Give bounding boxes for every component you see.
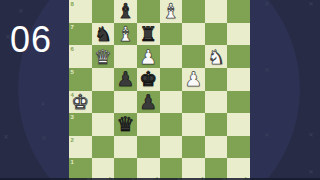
- square-a6[interactable]: 6: [69, 45, 92, 68]
- square-a1[interactable]: 1a: [69, 158, 92, 180]
- black-pawn-piece[interactable]: ♟: [137, 91, 160, 114]
- square-d8[interactable]: [137, 0, 160, 23]
- square-d3[interactable]: [137, 113, 160, 136]
- square-b6[interactable]: ♛: [92, 45, 115, 68]
- white-pawn-piece[interactable]: ♟: [182, 68, 205, 91]
- square-e3[interactable]: [160, 113, 183, 136]
- chess-board: 8♝♝7♞♝♜6♛♟♞5♟♚♟4♚♟3♛21abcdefgh: [69, 0, 250, 180]
- square-g3[interactable]: [205, 113, 228, 136]
- square-d1[interactable]: d: [137, 158, 160, 180]
- square-e7[interactable]: [160, 23, 183, 46]
- puzzle-screen: ××××××××××× 06 8♝♝7♞♝♜6♛♟♞5♟♚♟4♚♟3♛21abc…: [0, 0, 320, 180]
- sparkle-icon: ×: [264, 67, 270, 74]
- sparkle-icon: ×: [40, 101, 46, 108]
- white-pawn-piece[interactable]: ♟: [137, 45, 160, 68]
- square-a7[interactable]: 7: [69, 23, 92, 46]
- rank-label-2: 2: [71, 137, 74, 143]
- square-f8[interactable]: [182, 0, 205, 23]
- black-queen-piece[interactable]: ♛: [114, 113, 137, 136]
- rank-label-3: 3: [71, 114, 74, 120]
- sparkle-icon: ×: [18, 8, 24, 15]
- black-bishop-piece[interactable]: ♝: [114, 0, 137, 23]
- square-c7[interactable]: ♝: [114, 23, 137, 46]
- square-e6[interactable]: [160, 45, 183, 68]
- square-f2[interactable]: [182, 136, 205, 159]
- square-g2[interactable]: [205, 136, 228, 159]
- white-king-piece[interactable]: ♚: [69, 91, 92, 114]
- square-a2[interactable]: 2: [69, 136, 92, 159]
- square-f3[interactable]: [182, 113, 205, 136]
- square-a8[interactable]: 8: [69, 0, 92, 23]
- square-e5[interactable]: [160, 68, 183, 91]
- rank-label-1: 1: [71, 159, 74, 165]
- square-g6[interactable]: ♞: [205, 45, 228, 68]
- black-pawn-piece[interactable]: ♟: [114, 68, 137, 91]
- sparkle-icon: ×: [308, 1, 314, 8]
- white-bishop-piece[interactable]: ♝: [160, 0, 183, 23]
- puzzle-number-label: 06: [10, 21, 52, 59]
- square-b4[interactable]: [92, 91, 115, 114]
- white-bishop-piece[interactable]: ♝: [114, 23, 137, 46]
- square-a3[interactable]: 3: [69, 113, 92, 136]
- square-g4[interactable]: [205, 91, 228, 114]
- square-d7[interactable]: ♜: [137, 23, 160, 46]
- square-c3[interactable]: ♛: [114, 113, 137, 136]
- white-queen-piece[interactable]: ♛: [92, 45, 115, 68]
- square-b8[interactable]: [92, 0, 115, 23]
- square-f5[interactable]: ♟: [182, 68, 205, 91]
- bottom-edge-shade: [0, 178, 320, 180]
- square-g8[interactable]: [205, 0, 228, 23]
- square-h1[interactable]: h: [227, 158, 250, 180]
- square-h3[interactable]: [227, 113, 250, 136]
- sparkle-icon: ×: [264, 1, 270, 8]
- rank-label-8: 8: [71, 1, 74, 7]
- square-h4[interactable]: [227, 91, 250, 114]
- square-b7[interactable]: ♞: [92, 23, 115, 46]
- black-king-piece[interactable]: ♚: [137, 68, 160, 91]
- square-d5[interactable]: ♚: [137, 68, 160, 91]
- square-c6[interactable]: [114, 45, 137, 68]
- square-f7[interactable]: [182, 23, 205, 46]
- square-c8[interactable]: ♝: [114, 0, 137, 23]
- square-a4[interactable]: 4♚: [69, 91, 92, 114]
- square-a5[interactable]: 5: [69, 68, 92, 91]
- square-c1[interactable]: c: [114, 158, 137, 180]
- square-b3[interactable]: [92, 113, 115, 136]
- square-c4[interactable]: [114, 91, 137, 114]
- square-d4[interactable]: ♟: [137, 91, 160, 114]
- sparkle-icon: ×: [264, 132, 270, 139]
- square-h5[interactable]: [227, 68, 250, 91]
- square-d6[interactable]: ♟: [137, 45, 160, 68]
- white-knight-piece[interactable]: ♞: [205, 45, 228, 68]
- square-b5[interactable]: [92, 68, 115, 91]
- square-b1[interactable]: b: [92, 158, 115, 180]
- square-f1[interactable]: f: [182, 158, 205, 180]
- sparkle-icon: ×: [41, 135, 47, 142]
- square-c5[interactable]: ♟: [114, 68, 137, 91]
- sparkle-icon: ×: [308, 132, 314, 139]
- square-g1[interactable]: g: [205, 158, 228, 180]
- rank-label-5: 5: [71, 69, 74, 75]
- square-e4[interactable]: [160, 91, 183, 114]
- black-rook-piece[interactable]: ♜: [137, 23, 160, 46]
- square-f4[interactable]: [182, 91, 205, 114]
- square-h8[interactable]: [227, 0, 250, 23]
- square-h6[interactable]: [227, 45, 250, 68]
- sparkle-icon: ×: [3, 134, 9, 141]
- square-g5[interactable]: [205, 68, 228, 91]
- square-d2[interactable]: [137, 136, 160, 159]
- square-f6[interactable]: [182, 45, 205, 68]
- square-e2[interactable]: [160, 136, 183, 159]
- square-g7[interactable]: [205, 23, 228, 46]
- rank-label-7: 7: [71, 24, 74, 30]
- square-h7[interactable]: [227, 23, 250, 46]
- square-c2[interactable]: [114, 136, 137, 159]
- square-e8[interactable]: ♝: [160, 0, 183, 23]
- square-e1[interactable]: e: [160, 158, 183, 180]
- rank-label-6: 6: [71, 46, 74, 52]
- square-h2[interactable]: [227, 136, 250, 159]
- black-knight-piece[interactable]: ♞: [92, 23, 115, 46]
- sparkle-icon: ×: [308, 169, 314, 176]
- square-b2[interactable]: [92, 136, 115, 159]
